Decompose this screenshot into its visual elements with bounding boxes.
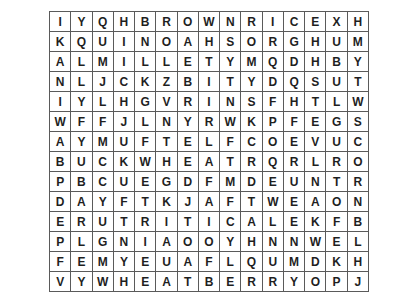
grid-cell[interactable]: I (199, 72, 220, 92)
grid-cell[interactable]: F (220, 132, 241, 152)
grid-cell[interactable]: O (178, 232, 199, 252)
grid-cell[interactable]: E (263, 172, 284, 192)
grid-cell[interactable]: W (93, 272, 114, 292)
grid-cell[interactable]: Q (241, 252, 262, 272)
grid-cell[interactable]: K (156, 192, 177, 212)
grid-cell[interactable]: F (220, 192, 241, 212)
grid-cell[interactable]: G (284, 32, 305, 52)
grid-cell[interactable]: O (156, 32, 177, 52)
grid-cell[interactable]: L (156, 52, 177, 72)
grid-cell[interactable]: G (93, 232, 114, 252)
grid-cell[interactable]: F (199, 172, 220, 192)
grid-cell[interactable]: H (348, 12, 369, 32)
grid-cell[interactable]: H (284, 92, 305, 112)
grid-cell[interactable]: X (326, 12, 347, 32)
grid-cell[interactable]: E (50, 212, 71, 232)
grid-cell[interactable]: U (326, 72, 347, 92)
grid-cell[interactable]: M (93, 52, 114, 72)
grid-cell[interactable]: W (348, 92, 369, 112)
grid-cell[interactable]: H (156, 152, 177, 172)
grid-cell[interactable]: Y (348, 52, 369, 72)
grid-cell[interactable]: J (93, 72, 114, 92)
grid-cell[interactable]: N (305, 172, 326, 192)
grid-cell[interactable]: H (241, 232, 262, 252)
grid-cell[interactable]: Z (156, 72, 177, 92)
grid-cell[interactable]: F (135, 132, 156, 152)
grid-cell[interactable]: T (114, 212, 135, 232)
grid-cell[interactable]: R (263, 32, 284, 52)
grid-cell[interactable]: F (284, 112, 305, 132)
grid-cell[interactable]: Y (71, 132, 92, 152)
grid-cell[interactable]: L (263, 212, 284, 232)
grid-cell[interactable]: F (114, 192, 135, 212)
grid-cell[interactable]: F (71, 112, 92, 132)
grid-cell[interactable]: Y (284, 272, 305, 292)
grid-cell[interactable]: N (348, 192, 369, 212)
grid-cell[interactable]: I (50, 12, 71, 32)
grid-cell[interactable]: R (135, 212, 156, 232)
grid-cell[interactable]: T (220, 72, 241, 92)
grid-cell[interactable]: E (71, 252, 92, 272)
grid-cell[interactable]: A (50, 132, 71, 152)
grid-cell[interactable]: W (199, 12, 220, 32)
grid-cell[interactable]: R (348, 172, 369, 192)
grid-cell[interactable]: T (326, 172, 347, 192)
grid-cell[interactable]: U (114, 132, 135, 152)
grid-cell[interactable]: H (114, 12, 135, 32)
grid-cell[interactable]: P (50, 172, 71, 192)
grid-cell[interactable]: D (50, 192, 71, 212)
grid-cell[interactable]: I (114, 52, 135, 72)
grid-cell[interactable]: G (135, 92, 156, 112)
grid-cell[interactable]: Y (178, 112, 199, 132)
grid-cell[interactable]: L (71, 72, 92, 92)
grid-cell[interactable]: T (135, 192, 156, 212)
grid-cell[interactable]: D (178, 172, 199, 192)
grid-cell[interactable]: D (305, 252, 326, 272)
grid-cell[interactable]: A (241, 212, 262, 232)
grid-cell[interactable]: Y (241, 72, 262, 92)
grid-cell[interactable]: O (305, 272, 326, 292)
grid-cell[interactable]: G (156, 172, 177, 192)
grid-cell[interactable]: B (178, 72, 199, 92)
grid-cell[interactable]: U (326, 132, 347, 152)
grid-cell[interactable]: C (241, 132, 262, 152)
grid-cell[interactable]: E (135, 172, 156, 192)
grid-cell[interactable]: R (284, 152, 305, 172)
grid-cell[interactable]: K (114, 152, 135, 172)
grid-cell[interactable]: L (71, 232, 92, 252)
grid-cell[interactable]: S (305, 72, 326, 92)
grid-cell[interactable]: E (305, 112, 326, 132)
grid-cell[interactable]: L (93, 92, 114, 112)
grid-cell[interactable]: A (199, 152, 220, 172)
grid-cell[interactable]: T (348, 72, 369, 92)
grid-cell[interactable]: H (114, 92, 135, 112)
grid-cell[interactable]: S (348, 112, 369, 132)
grid-cell[interactable]: B (348, 212, 369, 232)
grid-cell[interactable]: M (220, 172, 241, 192)
grid-cell[interactable]: H (305, 32, 326, 52)
grid-cell[interactable]: C (114, 72, 135, 92)
word-search-grid: IYQHBROWNRICEXHKQUINOAHSORGHUMALMILLETYM… (49, 11, 369, 292)
grid-cell[interactable]: W (305, 232, 326, 252)
grid-cell[interactable]: E (178, 52, 199, 72)
grid-cell[interactable]: R (241, 152, 262, 172)
grid-cell[interactable]: B (50, 152, 71, 172)
grid-cell[interactable]: W (220, 112, 241, 132)
grid-cell[interactable]: P (50, 232, 71, 252)
grid-cell[interactable]: N (156, 112, 177, 132)
grid-cell[interactable]: E (178, 132, 199, 152)
grid-cell[interactable]: H (348, 252, 369, 272)
grid-cell[interactable]: N (50, 72, 71, 92)
grid-cell[interactable]: P (263, 112, 284, 132)
grid-cell[interactable]: T (241, 192, 262, 212)
grid-cell[interactable]: J (178, 192, 199, 212)
grid-cell[interactable]: O (178, 12, 199, 32)
grid-cell[interactable]: Y (114, 252, 135, 272)
grid-cell[interactable]: B (71, 172, 92, 192)
grid-cell[interactable]: Y (220, 52, 241, 72)
grid-cell[interactable]: E (135, 252, 156, 272)
grid-cell[interactable]: T (178, 272, 199, 292)
grid-cell[interactable]: W (263, 192, 284, 212)
grid-cell[interactable]: I (199, 212, 220, 232)
grid-cell[interactable]: T (220, 152, 241, 172)
grid-cell[interactable]: U (93, 212, 114, 232)
grid-cell[interactable]: E (135, 272, 156, 292)
grid-cell[interactable]: U (93, 32, 114, 52)
grid-cell[interactable]: N (220, 12, 241, 32)
grid-cell[interactable]: C (348, 132, 369, 152)
grid-cell[interactable]: Y (71, 12, 92, 32)
grid-cell[interactable]: L (135, 52, 156, 72)
grid-cell[interactable]: E (220, 272, 241, 292)
grid-cell[interactable]: E (284, 212, 305, 232)
grid-cell[interactable]: R (263, 272, 284, 292)
grid-cell[interactable]: U (114, 172, 135, 192)
grid-cell[interactable]: V (156, 92, 177, 112)
grid-cell[interactable]: R (199, 112, 220, 132)
grid-cell[interactable]: S (241, 92, 262, 112)
grid-cell[interactable]: K (241, 112, 262, 132)
grid-cell[interactable]: O (199, 232, 220, 252)
grid-cell[interactable]: R (71, 212, 92, 232)
grid-cell[interactable]: A (178, 252, 199, 272)
grid-cell[interactable]: R (241, 12, 262, 32)
grid-cell[interactable]: I (199, 92, 220, 112)
grid-cell[interactable]: L (220, 252, 241, 272)
grid-cell[interactable]: L (348, 232, 369, 252)
grid-cell[interactable]: Q (263, 152, 284, 172)
grid-cell[interactable]: M (93, 132, 114, 152)
grid-cell[interactable]: I (50, 92, 71, 112)
grid-cell[interactable]: W (50, 112, 71, 132)
grid-cell[interactable]: P (326, 272, 347, 292)
grid-cell[interactable]: A (156, 232, 177, 252)
grid-cell[interactable]: N (135, 32, 156, 52)
grid-cell[interactable]: D (284, 52, 305, 72)
grid-cell[interactable]: N (263, 232, 284, 252)
grid-cell[interactable]: D (263, 72, 284, 92)
grid-cell[interactable]: D (241, 172, 262, 192)
grid-cell[interactable]: E (284, 192, 305, 212)
grid-cell[interactable]: G (326, 112, 347, 132)
grid-cell[interactable]: Y (71, 272, 92, 292)
grid-cell[interactable]: Q (93, 12, 114, 32)
grid-cell[interactable]: L (135, 112, 156, 132)
grid-cell[interactable]: E (305, 12, 326, 32)
grid-cell[interactable]: U (326, 32, 347, 52)
grid-cell[interactable]: E (284, 132, 305, 152)
grid-cell[interactable]: L (326, 92, 347, 112)
grid-cell[interactable]: R (156, 12, 177, 32)
grid-cell[interactable]: I (114, 32, 135, 52)
grid-cell[interactable]: N (220, 92, 241, 112)
grid-cell[interactable]: F (93, 112, 114, 132)
grid-cell[interactable]: K (50, 32, 71, 52)
grid-cell[interactable]: A (71, 192, 92, 212)
grid-cell[interactable]: A (305, 192, 326, 212)
grid-cell[interactable]: T (199, 52, 220, 72)
grid-cell[interactable]: R (326, 152, 347, 172)
grid-cell[interactable]: W (135, 152, 156, 172)
grid-cell[interactable]: N (114, 232, 135, 252)
grid-cell[interactable]: O (326, 192, 347, 212)
grid-cell[interactable]: L (199, 132, 220, 152)
grid-cell[interactable]: M (284, 252, 305, 272)
grid-cell[interactable]: K (305, 212, 326, 232)
grid-cell[interactable]: M (241, 52, 262, 72)
grid-cell[interactable]: A (178, 32, 199, 52)
grid-cell[interactable]: H (199, 32, 220, 52)
grid-cell[interactable]: U (156, 252, 177, 272)
grid-cell[interactable]: M (348, 32, 369, 52)
grid-cell[interactable]: Q (263, 52, 284, 72)
grid-cell[interactable]: C (93, 172, 114, 192)
grid-cell[interactable]: H (114, 272, 135, 292)
grid-cell[interactable]: U (263, 252, 284, 272)
grid-cell[interactable]: L (305, 152, 326, 172)
grid-cell[interactable]: C (284, 12, 305, 32)
grid-cell[interactable]: V (50, 272, 71, 292)
grid-cell[interactable]: F (50, 252, 71, 272)
grid-cell[interactable]: I (263, 12, 284, 32)
grid-cell[interactable]: C (93, 152, 114, 172)
grid-cell[interactable]: O (241, 32, 262, 52)
grid-cell[interactable]: I (135, 232, 156, 252)
grid-cell[interactable]: N (284, 232, 305, 252)
grid-cell[interactable]: Q (71, 32, 92, 52)
grid-cell[interactable]: V (305, 132, 326, 152)
grid-cell[interactable]: U (284, 172, 305, 192)
grid-cell[interactable]: F (199, 252, 220, 272)
grid-cell[interactable]: A (50, 52, 71, 72)
grid-cell[interactable]: B (326, 52, 347, 72)
grid-cell[interactable]: S (220, 32, 241, 52)
grid-cell[interactable]: B (199, 272, 220, 292)
grid-cell[interactable]: U (71, 152, 92, 172)
grid-cell[interactable]: C (220, 212, 241, 232)
grid-cell[interactable]: K (135, 72, 156, 92)
grid-cell[interactable]: L (71, 52, 92, 72)
grid-cell[interactable]: E (326, 232, 347, 252)
grid-cell[interactable]: R (178, 92, 199, 112)
grid-cell[interactable]: O (263, 132, 284, 152)
grid-cell[interactable]: J (348, 272, 369, 292)
grid-cell[interactable]: A (156, 272, 177, 292)
grid-cell[interactable]: Q (284, 72, 305, 92)
grid-cell[interactable]: F (326, 212, 347, 232)
grid-cell[interactable]: I (156, 212, 177, 232)
grid-cell[interactable]: Y (71, 92, 92, 112)
grid-cell[interactable]: Y (93, 192, 114, 212)
grid-cell[interactable]: Y (220, 232, 241, 252)
grid-cell[interactable]: F (263, 92, 284, 112)
grid-cell[interactable]: T (156, 132, 177, 152)
grid-cell[interactable]: H (305, 52, 326, 72)
grid-cell[interactable]: T (305, 92, 326, 112)
grid-cell[interactable]: K (326, 252, 347, 272)
grid-cell[interactable]: A (199, 192, 220, 212)
grid-cell[interactable]: B (135, 12, 156, 32)
grid-cell[interactable]: J (114, 112, 135, 132)
grid-cell[interactable]: E (178, 152, 199, 172)
grid-cell[interactable]: M (93, 252, 114, 272)
grid-cell[interactable]: T (178, 212, 199, 232)
grid-cell[interactable]: O (348, 152, 369, 172)
grid-cell[interactable]: R (241, 272, 262, 292)
